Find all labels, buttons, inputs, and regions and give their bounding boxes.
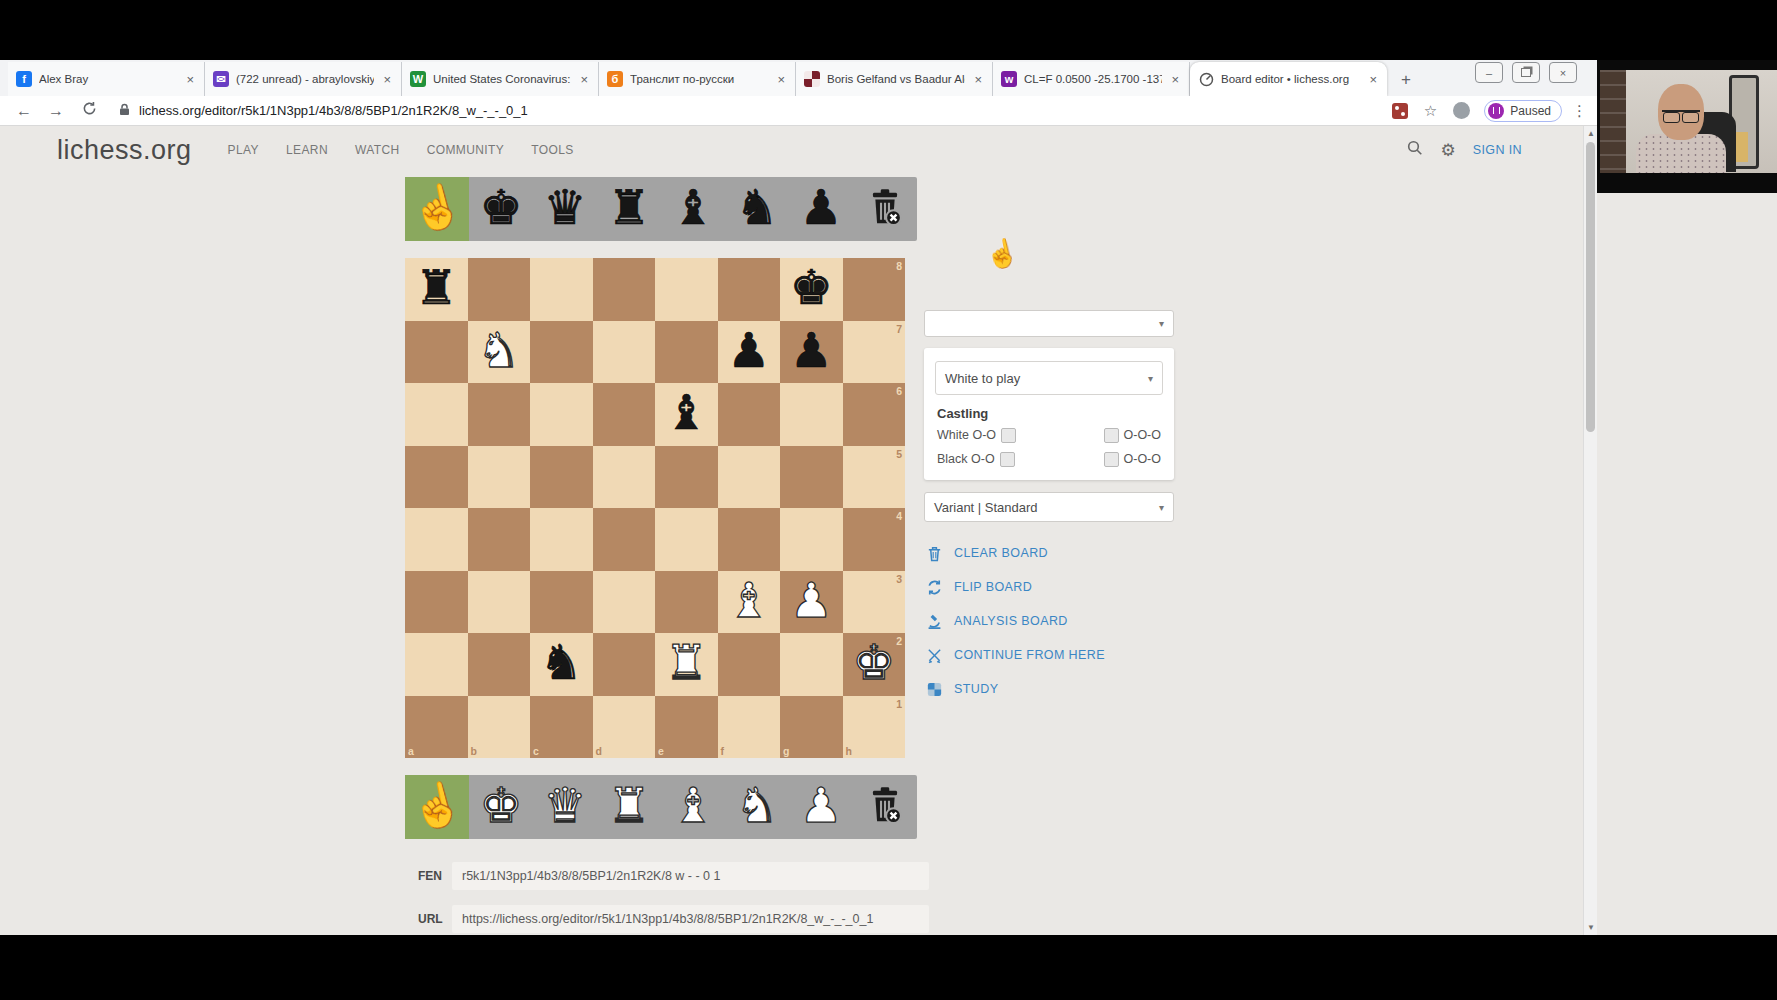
white-pawn-tool[interactable]: ♟ xyxy=(789,775,853,839)
variant-select[interactable]: Variant | Standard▾ xyxy=(924,492,1174,522)
file-label: g xyxy=(783,745,789,757)
black-ooo-label: O-O-O xyxy=(1124,452,1162,466)
black-knight-piece[interactable]: ♞ xyxy=(530,632,593,695)
search-icon[interactable] xyxy=(1407,140,1423,160)
browser-tab[interactable]: ✉(722 unread) - abraylovskiy@ya× xyxy=(205,62,402,96)
square-a3[interactable] xyxy=(405,571,468,634)
file-label: b xyxy=(471,745,477,757)
gear-icon[interactable]: ⚙ xyxy=(1440,140,1455,161)
square-f1[interactable]: f xyxy=(718,696,781,759)
white-rook-piece: ♜ xyxy=(607,782,650,830)
browser-menu-icon[interactable]: ⋮ xyxy=(1572,102,1587,120)
square-b3[interactable] xyxy=(468,571,531,634)
action-label: FLIP BOARD xyxy=(954,580,1032,594)
square-c1[interactable]: c xyxy=(530,696,593,759)
action-label: ANALYSIS BOARD xyxy=(954,614,1068,628)
fen-row: FEN r5k1/1N3pp1/4b3/8/8/5BP1/2n1R2K/8 w … xyxy=(405,862,917,890)
delete-piece-tool[interactable] xyxy=(853,775,917,839)
flip-icon xyxy=(926,579,943,596)
black-king-piece: ♚ xyxy=(479,184,522,232)
clear-board-button[interactable]: CLEAR BOARD xyxy=(926,536,1186,570)
scroll-down-icon[interactable]: ▼ xyxy=(1584,920,1598,935)
nav-item-watch[interactable]: WATCH xyxy=(355,143,400,157)
pointer-tool[interactable]: ☝ xyxy=(405,775,469,839)
square-d5[interactable] xyxy=(593,446,656,509)
square-c3[interactable] xyxy=(530,571,593,634)
browser-tab-active[interactable]: Board editor • lichess.org× xyxy=(1190,62,1387,96)
file-label: a xyxy=(408,745,414,757)
white-pawn-piece[interactable]: ♟ xyxy=(780,570,843,633)
file-label: d xyxy=(596,745,602,757)
position-select[interactable]: ▾ xyxy=(924,310,1174,337)
letterbox-top xyxy=(0,0,1777,60)
square-h4[interactable]: 4 xyxy=(843,508,906,571)
rank-label: 1 xyxy=(896,698,902,710)
black-rook-piece: ♜ xyxy=(607,184,650,232)
square-e2[interactable]: ♜ xyxy=(655,633,718,696)
lichess-favicon xyxy=(1198,71,1214,87)
black-queen-tool[interactable]: ♛ xyxy=(533,177,597,241)
refresh-icon[interactable] xyxy=(82,101,97,120)
bookshelf xyxy=(1600,70,1626,173)
tab-title: CL=F 0.0500 -25.1700 -137.77% xyxy=(1024,73,1162,85)
rank-label: 6 xyxy=(896,385,902,397)
square-g2[interactable] xyxy=(780,633,843,696)
black-queen-piece: ♛ xyxy=(543,184,586,232)
browser-tab[interactable]: fAlex Bray× xyxy=(8,62,205,96)
square-f3[interactable]: ♝ xyxy=(718,571,781,634)
tab-close-icon[interactable]: × xyxy=(1367,72,1379,87)
black-pawn-piece[interactable]: ♟ xyxy=(718,320,781,383)
square-h8[interactable]: 8 xyxy=(843,258,906,321)
flip-board-button[interactable]: FLIP BOARD xyxy=(926,570,1186,604)
tab-close-icon[interactable]: × xyxy=(381,72,393,87)
window-controls: – × xyxy=(1475,62,1577,83)
square-h6[interactable]: 6 xyxy=(843,383,906,446)
media-paused-badge[interactable]: Paused xyxy=(1484,100,1562,122)
white-ooo-checkbox[interactable] xyxy=(1104,428,1119,443)
tab-close-icon[interactable]: × xyxy=(578,72,590,87)
black-knight-piece: ♞ xyxy=(735,184,778,232)
tab-close-icon[interactable]: × xyxy=(184,72,196,87)
nav-item-play[interactable]: PLAY xyxy=(228,143,259,157)
trash-icon xyxy=(926,545,943,562)
minimize-button[interactable]: – xyxy=(1475,62,1503,83)
tab-title: Alex Bray xyxy=(39,73,177,85)
tab-title: United States Coronavirus: 777,8 xyxy=(433,73,571,85)
white-queen-piece: ♛ xyxy=(543,782,586,830)
rank-label: 5 xyxy=(896,448,902,460)
square-h5[interactable]: 5 xyxy=(843,446,906,509)
editor-url-input[interactable]: https://lichess.org/editor/r5k1/1N3pp1/4… xyxy=(452,905,929,933)
white-bishop-tool[interactable]: ♝ xyxy=(661,775,725,839)
hand-pointer-icon: ☝ xyxy=(405,775,468,835)
square-e3[interactable] xyxy=(655,571,718,634)
browser-tab[interactable]: Boris Gelfand vs Baadur Aleksan× xyxy=(796,62,993,96)
fen-input[interactable]: r5k1/1N3pp1/4b3/8/8/5BP1/2n1R2K/8 w - - … xyxy=(452,862,929,890)
analysis-board-button[interactable]: ANALYSIS BOARD xyxy=(926,604,1186,638)
chess-board[interactable]: ♜♚8♞♟♟7♝654♝♟3♞♜♚2abcdefg1h xyxy=(405,258,905,758)
square-f4[interactable] xyxy=(718,508,781,571)
black-pawn-piece: ♟ xyxy=(799,184,842,232)
black-bishop-tool[interactable]: ♝ xyxy=(661,177,725,241)
swords-icon xyxy=(926,647,943,664)
facebook-favicon: f xyxy=(16,71,32,87)
turn-castling-card: White to play▾ Castling White O-O O-O-O … xyxy=(924,348,1174,480)
white-bishop-piece[interactable]: ♝ xyxy=(718,570,781,633)
square-g4[interactable] xyxy=(780,508,843,571)
square-b2[interactable] xyxy=(468,633,531,696)
square-d8[interactable] xyxy=(593,258,656,321)
square-f2[interactable] xyxy=(718,633,781,696)
action-label: CONTINUE FROM HERE xyxy=(954,648,1105,662)
browser-tab-strip: fAlex Bray×✉(722 unread) - abraylovskiy@… xyxy=(0,60,1777,96)
black-king-tool[interactable]: ♚ xyxy=(469,177,533,241)
square-c7[interactable] xyxy=(530,321,593,384)
finance-favicon: w xyxy=(1001,71,1017,87)
black-bishop-piece[interactable]: ♝ xyxy=(655,382,718,445)
square-e8[interactable] xyxy=(655,258,718,321)
black-king-piece[interactable]: ♚ xyxy=(780,257,843,320)
black-rook-tool[interactable]: ♜ xyxy=(597,177,661,241)
lichess-page: lichess.org PLAYLEARNWATCHCOMMUNITYTOOLS… xyxy=(0,126,1777,935)
white-oo-label: White O-O xyxy=(937,428,996,442)
nav-item-community[interactable]: COMMUNITY xyxy=(427,143,505,157)
castling-row-black: Black O-O O-O-O xyxy=(937,450,1161,468)
square-g6[interactable] xyxy=(780,383,843,446)
white-rook-piece[interactable]: ♜ xyxy=(655,632,718,695)
rank-label: 3 xyxy=(896,573,902,585)
white-ooo-label: O-O-O xyxy=(1124,428,1162,442)
hand-pointer-icon: ☝ xyxy=(405,177,468,237)
square-b8[interactable] xyxy=(468,258,531,321)
white-king-tool[interactable]: ♚ xyxy=(469,775,533,839)
square-d6[interactable] xyxy=(593,383,656,446)
black-knight-tool[interactable]: ♞ xyxy=(725,177,789,241)
square-f8[interactable] xyxy=(718,258,781,321)
mouse-cursor: ☝ xyxy=(982,235,1022,273)
chessgames-favicon xyxy=(804,71,820,87)
square-f6[interactable] xyxy=(718,383,781,446)
browser-tab[interactable]: wCL=F 0.0500 -25.1700 -137.77%× xyxy=(993,62,1190,96)
white-queen-tool[interactable]: ♛ xyxy=(533,775,597,839)
rank-label: 7 xyxy=(896,323,902,335)
white-knight-piece[interactable]: ♞ xyxy=(468,320,531,383)
square-c6[interactable] xyxy=(530,383,593,446)
square-a7[interactable] xyxy=(405,321,468,384)
square-a2[interactable] xyxy=(405,633,468,696)
white-bishop-piece: ♝ xyxy=(671,782,714,830)
browser-tabs: fAlex Bray×✉(722 unread) - abraylovskiy@… xyxy=(8,62,1387,96)
mail-favicon: ✉ xyxy=(213,71,229,87)
action-label: STUDY xyxy=(954,682,998,696)
square-e4[interactable] xyxy=(655,508,718,571)
spare-pieces-white: ☝♚♛♜♝♞♟ xyxy=(405,775,917,839)
square-h1[interactable]: 1h xyxy=(843,696,906,759)
castling-title: Castling xyxy=(937,406,988,421)
fen-label: FEN xyxy=(418,869,442,883)
square-e7[interactable] xyxy=(655,321,718,384)
square-c4[interactable] xyxy=(530,508,593,571)
main-nav: PLAYLEARNWATCHCOMMUNITYTOOLS xyxy=(228,143,574,157)
square-a8[interactable]: ♜ xyxy=(405,258,468,321)
restore-button[interactable] xyxy=(1512,62,1540,83)
scroll-up-icon[interactable]: ▲ xyxy=(1584,126,1598,141)
url-label: URL xyxy=(418,912,443,926)
square-f5[interactable] xyxy=(718,446,781,509)
white-knight-tool[interactable]: ♞ xyxy=(725,775,789,839)
square-g8[interactable]: ♚ xyxy=(780,258,843,321)
square-b6[interactable] xyxy=(468,383,531,446)
trash-x-icon xyxy=(868,785,902,829)
browser-toolbar: ← → lichess.org/editor/r5k1/1N3pp1/4b3/8… xyxy=(0,96,1777,126)
black-pawn-piece[interactable]: ♟ xyxy=(780,320,843,383)
square-c2[interactable]: ♞ xyxy=(530,633,593,696)
scrollbar-thumb[interactable] xyxy=(1586,142,1595,432)
lichess-logo[interactable]: lichess.org xyxy=(57,135,192,166)
page-scrollbar[interactable]: ▲ ▼ xyxy=(1583,126,1597,935)
black-pawn-tool[interactable]: ♟ xyxy=(789,177,853,241)
square-a6[interactable] xyxy=(405,383,468,446)
square-e5[interactable] xyxy=(655,446,718,509)
square-c8[interactable] xyxy=(530,258,593,321)
file-label: e xyxy=(658,745,664,757)
sign-in-link[interactable]: SIGN IN xyxy=(1473,143,1522,157)
rank-label: 4 xyxy=(896,510,902,522)
tab-title: Транслит по-русски xyxy=(630,73,768,85)
nav-item-tools[interactable]: TOOLS xyxy=(531,143,573,157)
white-king-piece: ♚ xyxy=(479,782,522,830)
black-ooo-checkbox[interactable] xyxy=(1104,452,1119,467)
square-g5[interactable] xyxy=(780,446,843,509)
browser-tab[interactable]: бТранслит по-русски× xyxy=(599,62,796,96)
square-h3[interactable]: 3 xyxy=(843,571,906,634)
square-b4[interactable] xyxy=(468,508,531,571)
tab-close-icon[interactable]: × xyxy=(775,72,787,87)
continue-from-here-button[interactable]: CONTINUE FROM HERE xyxy=(926,638,1186,672)
rank-label: 2 xyxy=(896,635,902,647)
worldometers-favicon: W xyxy=(410,71,426,87)
pause-icon xyxy=(1488,103,1504,119)
profile-icon[interactable] xyxy=(1453,102,1470,119)
square-g7[interactable]: ♟ xyxy=(780,321,843,384)
file-label: c xyxy=(533,745,539,757)
pointer-tool[interactable]: ☝ xyxy=(405,177,469,241)
url-row: URL https://lichess.org/editor/r5k1/1N3p… xyxy=(405,905,917,933)
square-f7[interactable]: ♟ xyxy=(718,321,781,384)
webcam-overlay xyxy=(1597,60,1777,193)
webcam-video xyxy=(1600,70,1777,173)
delete-piece-tool[interactable] xyxy=(853,177,917,241)
file-label: h xyxy=(846,745,852,757)
tab-title: Board editor • lichess.org xyxy=(1221,73,1360,85)
tab-close-icon[interactable]: × xyxy=(1169,72,1181,87)
square-e1[interactable]: e xyxy=(655,696,718,759)
action-label: CLEAR BOARD xyxy=(954,546,1048,560)
study-button[interactable]: STUDY xyxy=(926,672,1186,706)
tab-title: (722 unread) - abraylovskiy@ya xyxy=(236,73,374,85)
file-label: f xyxy=(721,745,725,757)
url-bar[interactable]: lichess.org/editor/r5k1/1N3pp1/4b3/8/8/5… xyxy=(139,103,528,118)
square-d4[interactable] xyxy=(593,508,656,571)
square-d3[interactable] xyxy=(593,571,656,634)
site-header: lichess.org PLAYLEARNWATCHCOMMUNITYTOOLS… xyxy=(0,126,1777,174)
square-b1[interactable]: b xyxy=(468,696,531,759)
tab-close-icon[interactable]: × xyxy=(972,72,984,87)
lock-icon[interactable] xyxy=(119,102,130,120)
translit-favicon: б xyxy=(607,71,623,87)
white-oo-checkbox[interactable] xyxy=(1001,428,1016,443)
square-d7[interactable] xyxy=(593,321,656,384)
close-button[interactable]: × xyxy=(1549,62,1577,83)
study-icon xyxy=(926,681,943,698)
black-rook-piece[interactable]: ♜ xyxy=(405,257,468,320)
letterbox-bottom xyxy=(0,935,1777,1000)
white-knight-piece: ♞ xyxy=(735,782,778,830)
square-b7[interactable]: ♞ xyxy=(468,321,531,384)
microscope-icon xyxy=(926,613,943,630)
white-rook-tool[interactable]: ♜ xyxy=(597,775,661,839)
square-a4[interactable] xyxy=(405,508,468,571)
trash-x-icon xyxy=(868,187,902,231)
editor-actions: CLEAR BOARDFLIP BOARDANALYSIS BOARDCONTI… xyxy=(926,536,1186,706)
square-g1[interactable]: g xyxy=(780,696,843,759)
square-d1[interactable]: d xyxy=(593,696,656,759)
square-h2[interactable]: ♚2 xyxy=(843,633,906,696)
square-a1[interactable]: a xyxy=(405,696,468,759)
square-a5[interactable] xyxy=(405,446,468,509)
spare-pieces-black: ☝♚♛♜♝♞♟ xyxy=(405,177,917,241)
castling-row-white: White O-O O-O-O xyxy=(937,426,1161,444)
presenter xyxy=(1636,82,1726,173)
black-bishop-piece: ♝ xyxy=(671,184,714,232)
screen: fAlex Bray×✉(722 unread) - abraylovskiy@… xyxy=(0,0,1777,1000)
tab-title: Boris Gelfand vs Baadur Aleksan xyxy=(827,73,965,85)
white-pawn-piece: ♟ xyxy=(799,782,842,830)
forward-icon[interactable]: → xyxy=(48,102,64,120)
black-oo-label: Black O-O xyxy=(937,452,995,466)
square-b5[interactable] xyxy=(468,446,531,509)
turn-select[interactable]: White to play▾ xyxy=(935,361,1163,395)
bookmark-star-icon[interactable]: ☆ xyxy=(1424,102,1437,120)
nav-item-learn[interactable]: LEARN xyxy=(286,143,328,157)
browser-tab[interactable]: WUnited States Coronavirus: 777,8× xyxy=(402,62,599,96)
square-e6[interactable]: ♝ xyxy=(655,383,718,446)
back-icon[interactable]: ← xyxy=(16,102,32,120)
square-c5[interactable] xyxy=(530,446,593,509)
rank-label: 8 xyxy=(896,260,902,272)
new-tab-button[interactable]: + xyxy=(1393,67,1419,93)
square-d2[interactable] xyxy=(593,633,656,696)
square-h7[interactable]: 7 xyxy=(843,321,906,384)
extension-icon[interactable] xyxy=(1392,103,1408,119)
square-g3[interactable]: ♟ xyxy=(780,571,843,634)
black-oo-checkbox[interactable] xyxy=(1000,452,1015,467)
